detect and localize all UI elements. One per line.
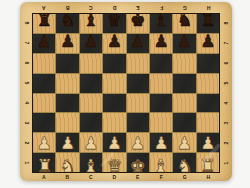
square-d3[interactable] [103, 113, 125, 132]
square-d7[interactable]: ♟ [103, 34, 125, 53]
square-a7[interactable]: ♟ [33, 34, 55, 53]
square-e6[interactable] [127, 54, 149, 73]
photo-background: ABCDEFGH ABCDEFGH 87654321 87654321 ♜♞♝♛… [0, 0, 250, 188]
square-e7[interactable]: ♟ [127, 34, 149, 53]
piece-white-bishop-c1[interactable]: ♝ [83, 158, 99, 176]
piece-black-pawn-f7[interactable]: ♟ [153, 33, 168, 50]
square-f5[interactable] [150, 74, 172, 93]
piece-black-queen-d8[interactable]: ♛ [107, 12, 122, 29]
square-a6[interactable] [33, 54, 55, 73]
square-c6[interactable] [80, 54, 102, 73]
square-b7[interactable]: ♟ [56, 34, 78, 53]
square-a2[interactable]: ♟ [33, 133, 55, 152]
board-inner-frame: ♜♞♝♛♚♝♞♜♟♟♟♟♟♟♟♟♟♟♟♟♟♟♟♟♜♞♝♛♚♝♞♜ [32, 13, 220, 173]
piece-black-rook-h8[interactable]: ♜ [200, 12, 215, 29]
square-b4[interactable] [56, 94, 78, 113]
piece-white-pawn-d2[interactable]: ♟ [107, 135, 122, 152]
square-a5[interactable] [33, 74, 55, 93]
square-c5[interactable] [80, 74, 102, 93]
square-h4[interactable] [197, 94, 219, 113]
square-b6[interactable] [56, 54, 78, 73]
piece-white-pawn-a2[interactable]: ♟ [37, 135, 52, 152]
piece-black-bishop-c8[interactable]: ♝ [83, 12, 98, 29]
square-h3[interactable] [197, 113, 219, 132]
piece-white-knight-g1[interactable]: ♞ [177, 158, 193, 176]
square-d6[interactable] [103, 54, 125, 73]
square-f7[interactable]: ♟ [150, 34, 172, 53]
square-d2[interactable]: ♟ [103, 133, 125, 152]
square-b1[interactable]: ♞ [56, 153, 78, 172]
square-d5[interactable] [103, 74, 125, 93]
square-b2[interactable]: ♟ [56, 133, 78, 152]
square-h7[interactable]: ♟ [197, 34, 219, 53]
piece-white-pawn-b2[interactable]: ♟ [60, 135, 75, 152]
square-d4[interactable] [103, 94, 125, 113]
square-a3[interactable] [33, 113, 55, 132]
square-h6[interactable] [197, 54, 219, 73]
square-e1[interactable]: ♚ [127, 153, 149, 172]
piece-white-pawn-c2[interactable]: ♟ [83, 135, 98, 152]
square-g1[interactable]: ♞ [173, 153, 195, 172]
board-grid: ♜♞♝♛♚♝♞♜♟♟♟♟♟♟♟♟♟♟♟♟♟♟♟♟♜♞♝♛♚♝♞♜ [33, 14, 219, 172]
square-c1[interactable]: ♝ [80, 153, 102, 172]
square-a4[interactable] [33, 94, 55, 113]
square-f3[interactable] [150, 113, 172, 132]
rank-labels-left: 87654321 [22, 13, 31, 173]
piece-black-pawn-a7[interactable]: ♟ [37, 33, 52, 50]
piece-black-bishop-f8[interactable]: ♝ [153, 12, 168, 29]
square-c2[interactable]: ♟ [80, 133, 102, 152]
rank-labels-right: 87654321 [221, 13, 230, 173]
piece-black-king-e8[interactable]: ♚ [130, 12, 145, 29]
piece-white-pawn-g2[interactable]: ♟ [177, 135, 192, 152]
piece-black-pawn-b7[interactable]: ♟ [60, 33, 75, 50]
square-b3[interactable] [56, 113, 78, 132]
piece-black-pawn-h7[interactable]: ♟ [200, 33, 215, 50]
square-c4[interactable] [80, 94, 102, 113]
square-a1[interactable]: ♜ [33, 153, 55, 172]
piece-white-rook-a1[interactable]: ♜ [36, 158, 52, 176]
square-e5[interactable] [127, 74, 149, 93]
square-h5[interactable] [197, 74, 219, 93]
square-e4[interactable] [127, 94, 149, 113]
piece-black-pawn-c7[interactable]: ♟ [83, 33, 98, 50]
piece-black-pawn-d7[interactable]: ♟ [107, 33, 122, 50]
square-g2[interactable]: ♟ [173, 133, 195, 152]
piece-white-queen-d1[interactable]: ♛ [106, 158, 122, 176]
square-f6[interactable] [150, 54, 172, 73]
piece-white-pawn-f2[interactable]: ♟ [153, 135, 168, 152]
square-e3[interactable] [127, 113, 149, 132]
piece-white-king-e1[interactable]: ♚ [130, 158, 146, 176]
piece-black-rook-a8[interactable]: ♜ [37, 12, 52, 29]
square-g6[interactable] [173, 54, 195, 73]
piece-black-pawn-e7[interactable]: ♟ [130, 33, 145, 50]
square-f4[interactable] [150, 94, 172, 113]
square-g5[interactable] [173, 74, 195, 93]
piece-black-knight-b8[interactable]: ♞ [60, 12, 75, 29]
square-c3[interactable] [80, 113, 102, 132]
square-f1[interactable]: ♝ [150, 153, 172, 172]
square-e2[interactable]: ♟ [127, 133, 149, 152]
square-b5[interactable] [56, 74, 78, 93]
square-g4[interactable] [173, 94, 195, 113]
square-g7[interactable]: ♟ [173, 34, 195, 53]
square-c7[interactable]: ♟ [80, 34, 102, 53]
piece-black-knight-g8[interactable]: ♞ [177, 12, 192, 29]
square-g3[interactable] [173, 113, 195, 132]
piece-white-knight-b1[interactable]: ♞ [60, 158, 76, 176]
piece-black-pawn-g7[interactable]: ♟ [177, 33, 192, 50]
chess-board: ABCDEFGH ABCDEFGH 87654321 87654321 ♜♞♝♛… [20, 2, 232, 181]
piece-white-pawn-e2[interactable]: ♟ [130, 135, 145, 152]
square-f2[interactable]: ♟ [150, 133, 172, 152]
piece-white-bishop-f1[interactable]: ♝ [153, 158, 169, 176]
